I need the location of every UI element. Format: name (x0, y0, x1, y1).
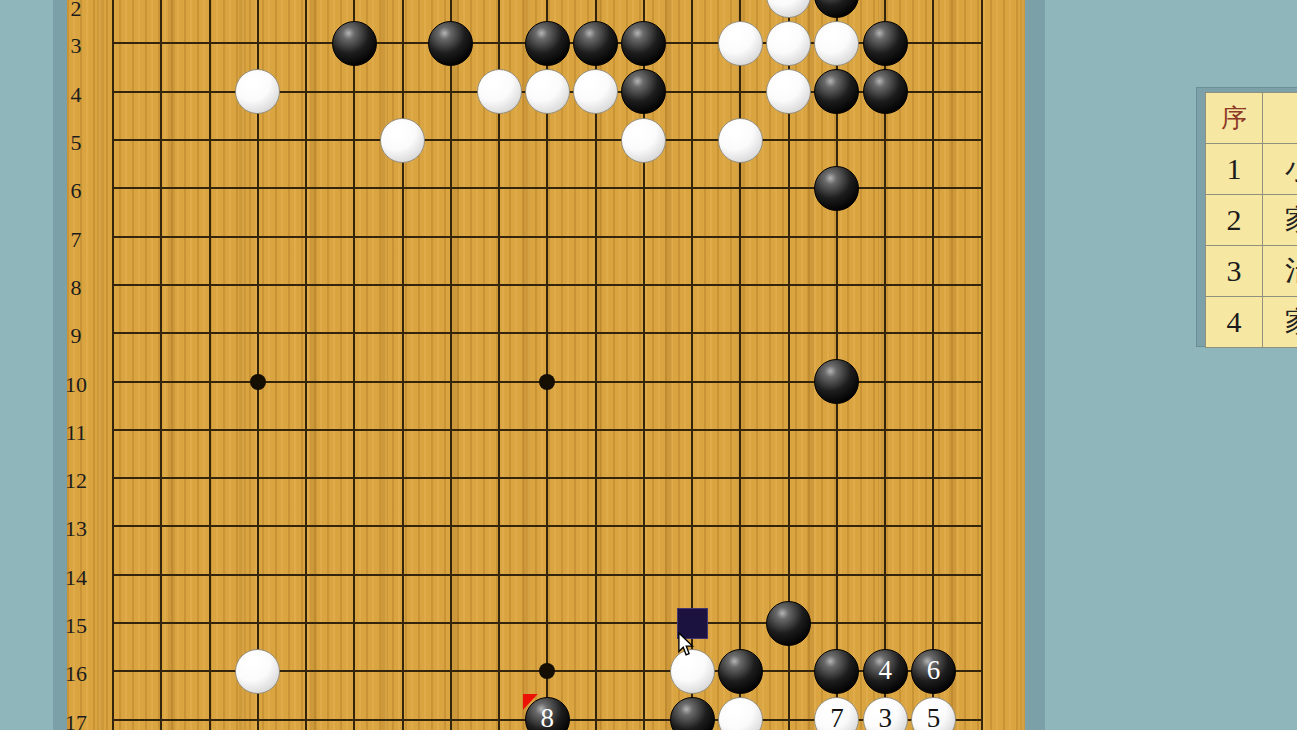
grid-line-vertical (305, 0, 307, 730)
stone-black (573, 21, 618, 66)
grid-line-horizontal (112, 574, 983, 576)
row-coordinate-label: 14 (58, 568, 94, 588)
stone-white (380, 118, 425, 163)
list-row-3-no[interactable]: 3 (1206, 246, 1262, 296)
list-row-1-no[interactable]: 1 (1206, 144, 1262, 194)
stone-black (814, 166, 859, 211)
stone-white: 7 (814, 697, 859, 730)
stone-black (525, 21, 570, 66)
stone-black: 6 (911, 649, 956, 694)
stone-move-number: 3 (878, 705, 892, 730)
row-coordinate-label: 5 (58, 133, 94, 153)
stone-black: 8 (525, 697, 570, 730)
stone-white (814, 21, 859, 66)
grid-line-horizontal (112, 429, 983, 431)
grid-line-vertical (112, 0, 114, 730)
stone-white (621, 118, 666, 163)
star-point (539, 663, 555, 679)
col-header-partial (1263, 93, 1297, 143)
row-coordinate-label: 7 (58, 230, 94, 250)
list-row-4-no[interactable]: 4 (1206, 297, 1262, 347)
row-coordinate-label: 12 (58, 471, 94, 491)
stone-white (235, 69, 280, 114)
stone-black (814, 0, 859, 18)
grid-line-vertical (209, 0, 211, 730)
stone-black (814, 649, 859, 694)
list-row-1-text[interactable]: 小 (1263, 144, 1297, 194)
grid-line-vertical (981, 0, 983, 730)
stone-black: 4 (863, 649, 908, 694)
grid-line-horizontal (112, 525, 983, 527)
row-coordinate-label: 4 (58, 85, 94, 105)
move-list-table: 序 1 小 2 家 3 治 4 家 (1205, 92, 1297, 348)
move-list-panel: 序 1 小 2 家 3 治 4 家 (1196, 87, 1297, 347)
grid-line-vertical (932, 0, 934, 730)
stone-white (235, 649, 280, 694)
grid-line-horizontal (112, 332, 983, 334)
star-point (539, 374, 555, 390)
stone-black (332, 21, 377, 66)
list-row-2-no[interactable]: 2 (1206, 195, 1262, 245)
stone-move-number: 6 (927, 657, 941, 684)
stone-white (766, 21, 811, 66)
grid-line-vertical (402, 0, 404, 730)
row-coordinate-label: 8 (58, 278, 94, 298)
stone-move-number: 7 (830, 705, 844, 730)
col-header-seq: 序 (1206, 93, 1262, 143)
stone-white (766, 0, 811, 18)
row-coordinate-label: 15 (58, 616, 94, 636)
stone-white (573, 69, 618, 114)
grid-line-vertical (450, 0, 452, 730)
stone-white: 3 (863, 697, 908, 730)
stone-white: 5 (911, 697, 956, 730)
row-coordinate-label: 6 (58, 181, 94, 201)
stone-black (766, 601, 811, 646)
stone-black (863, 21, 908, 66)
row-coordinate-label: 13 (58, 519, 94, 539)
grid-line-horizontal (112, 139, 983, 141)
stone-black (863, 69, 908, 114)
row-coordinate-label: 16 (58, 664, 94, 684)
stone-white (525, 69, 570, 114)
grid-line-vertical (160, 0, 162, 730)
row-coordinate-label: 17 (58, 713, 94, 730)
row-coordinate-label: 11 (58, 423, 94, 443)
row-coordinate-label: 3 (58, 36, 94, 56)
grid-line-horizontal (112, 622, 983, 624)
go-board[interactable]: 234567891011121314151617468735 (67, 0, 1025, 730)
row-coordinate-label: 9 (58, 326, 94, 346)
stone-move-number: 5 (927, 705, 941, 730)
stone-white (477, 69, 522, 114)
stone-black (814, 359, 859, 404)
mouse-cursor-icon (678, 632, 696, 659)
stone-black (621, 21, 666, 66)
list-row-2-text[interactable]: 家 (1263, 195, 1297, 245)
star-point (250, 374, 266, 390)
stone-black (718, 649, 763, 694)
stone-white (718, 697, 763, 730)
stone-white (766, 69, 811, 114)
stone-black (428, 21, 473, 66)
stone-move-number: 4 (878, 657, 892, 684)
grid-line-horizontal (112, 477, 983, 479)
grid-line-horizontal (112, 236, 983, 238)
stone-white (718, 21, 763, 66)
stone-black (621, 69, 666, 114)
grid-line-vertical (353, 0, 355, 730)
row-coordinate-label: 2 (58, 0, 94, 19)
stone-black (670, 697, 715, 730)
list-row-3-text[interactable]: 治 (1263, 246, 1297, 296)
stone-white (718, 118, 763, 163)
stone-black (814, 69, 859, 114)
stone-move-number: 8 (541, 705, 555, 730)
grid-line-vertical (739, 0, 741, 730)
list-row-4-text[interactable]: 家 (1263, 297, 1297, 347)
row-coordinate-label: 10 (58, 375, 94, 395)
grid-line-horizontal (112, 284, 983, 286)
